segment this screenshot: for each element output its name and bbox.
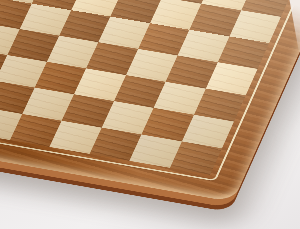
chessboard-photo — [0, 0, 300, 229]
